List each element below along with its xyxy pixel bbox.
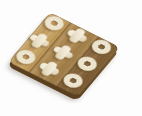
photo-scene	[0, 0, 142, 116]
tictactoe-board	[8, 12, 120, 97]
piece-o[interactable]	[40, 13, 68, 34]
